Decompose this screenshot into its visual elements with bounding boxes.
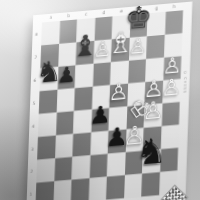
square-f6 [128, 59, 146, 83]
square-g4: ♙ [144, 103, 162, 127]
square-f5 [127, 82, 145, 106]
square-c4 [73, 110, 91, 134]
square-h5: ♙ [162, 79, 180, 103]
square-a1 [36, 181, 54, 200]
square-a5 [39, 90, 57, 114]
square-a3 [37, 136, 55, 160]
rank-label-3: 3 [29, 137, 36, 160]
square-g8 [147, 12, 165, 36]
square-g1 [141, 172, 159, 196]
square-d1 [88, 177, 106, 200]
square-h8 [165, 10, 183, 34]
square-e5: ♙ [109, 84, 127, 108]
square-b2 [54, 157, 72, 181]
square-h7 [164, 33, 182, 57]
square-e1 [106, 175, 124, 199]
white-pawn: ♙ [93, 38, 112, 60]
square-b7 [58, 42, 76, 66]
square-e2 [107, 152, 125, 176]
square-b4 [56, 111, 74, 135]
rank-label-4: 4 [30, 114, 37, 137]
square-h2 [160, 148, 178, 172]
square-h6: ♙ [163, 56, 181, 80]
square-d3 [90, 131, 108, 155]
square-c1 [71, 178, 89, 200]
square-d7: ♙ [93, 39, 111, 63]
chessboard-photo: abcdefgh 87654321 ♚♝♙♗♙♞♟♙♙♙♙♟♔♙♟♙♞ © CH… [0, 0, 200, 200]
square-b1 [53, 180, 71, 200]
square-e3: ♟ [108, 129, 126, 153]
chessboard: abcdefgh 87654321 ♚♝♙♗♙♞♟♙♙♙♙♟♔♙♟♙♞ © CH… [26, 2, 193, 200]
square-a4 [38, 113, 56, 137]
square-c6 [75, 64, 93, 88]
rank-label-5: 5 [31, 91, 38, 114]
square-g6 [145, 58, 163, 82]
square-e6 [110, 61, 128, 85]
square-h4 [161, 102, 179, 126]
square-a7 [40, 44, 58, 68]
square-g3 [143, 126, 161, 150]
square-e4 [108, 107, 126, 131]
rank-label-1: 1 [27, 183, 34, 200]
square-h3 [160, 125, 178, 149]
square-f4: ♔ [126, 105, 144, 129]
square-g5: ♙ [144, 81, 162, 105]
square-b6: ♟ [57, 65, 75, 89]
square-c7: ♝ [76, 41, 94, 65]
square-d8 [94, 16, 112, 40]
square-b8 [59, 19, 77, 43]
square-c8 [76, 18, 94, 42]
white-pawn: ♙ [162, 54, 182, 77]
square-d6 [92, 62, 110, 86]
rank-label-8: 8 [33, 23, 40, 46]
square-d2 [89, 154, 107, 178]
rank-label-6: 6 [32, 68, 39, 91]
square-b5 [56, 88, 74, 112]
square-f8: ♚ [129, 13, 147, 37]
white-pawn: ♙ [128, 35, 147, 57]
square-e8 [112, 15, 130, 39]
square-c2 [72, 155, 90, 179]
square-f3: ♙ [125, 128, 143, 152]
rank-label-7: 7 [32, 46, 39, 69]
square-d5 [92, 85, 110, 109]
square-f7: ♙ [128, 36, 146, 60]
board-grid: ♚♝♙♗♙♞♟♙♙♙♙♟♔♙♟♙♞ [36, 10, 183, 200]
square-e7: ♗ [111, 38, 129, 62]
square-c3 [72, 132, 90, 156]
square-b3 [55, 134, 73, 158]
square-d4: ♟ [91, 108, 109, 132]
rank-label-2: 2 [28, 160, 35, 183]
board-edge-text: © CHESS [182, 69, 188, 93]
black-pawn: ♟ [56, 63, 76, 86]
square-c5 [74, 87, 92, 111]
square-g7 [146, 35, 164, 59]
square-a8 [41, 21, 59, 45]
square-f1 [124, 174, 142, 198]
square-a6: ♞ [40, 67, 58, 91]
square-a2 [36, 158, 54, 182]
square-f2 [124, 151, 142, 175]
square-g2: ♞ [142, 149, 160, 173]
